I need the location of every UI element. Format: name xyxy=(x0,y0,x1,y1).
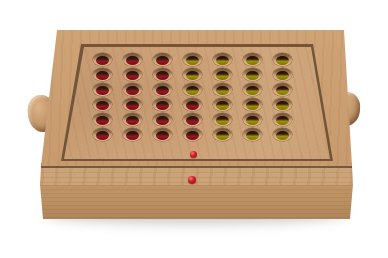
yellow-peg xyxy=(246,71,259,80)
hole-r5c3 xyxy=(147,112,177,127)
drilled-hole xyxy=(123,68,142,81)
yellow-peg xyxy=(186,86,199,95)
yellow-peg xyxy=(246,86,259,95)
yellow-peg xyxy=(276,86,289,95)
yellow-peg xyxy=(276,71,289,80)
drilled-hole xyxy=(213,83,232,96)
hole-r4c2 xyxy=(117,97,147,112)
red-peg xyxy=(126,116,139,125)
red-peg xyxy=(96,101,109,110)
hole-r3c2 xyxy=(117,82,147,97)
hole-r6c4 xyxy=(177,127,207,142)
drilled-hole xyxy=(153,128,172,141)
hole-r5c5 xyxy=(207,112,237,127)
drilled-hole xyxy=(123,83,142,96)
drilled-hole xyxy=(243,83,262,96)
yellow-peg xyxy=(186,56,199,65)
drilled-hole xyxy=(93,53,112,66)
hole-r1c5 xyxy=(207,52,237,67)
hole-r5c6 xyxy=(237,112,267,127)
hole-r2c1 xyxy=(87,67,117,82)
yellow-peg xyxy=(216,131,229,140)
drilled-hole xyxy=(213,68,232,81)
red-peg xyxy=(186,131,199,140)
drilled-hole xyxy=(273,83,292,96)
drilled-hole xyxy=(273,128,292,141)
red-marker-dot-front xyxy=(188,176,196,184)
hole-r2c4 xyxy=(177,67,207,82)
red-peg xyxy=(186,116,199,125)
red-peg xyxy=(126,101,139,110)
hole-r1c1 xyxy=(87,52,117,67)
hole-r1c6 xyxy=(237,52,267,67)
yellow-peg xyxy=(276,101,289,110)
red-peg xyxy=(96,116,109,125)
hole-r4c7 xyxy=(267,97,297,112)
hole-r5c7 xyxy=(267,112,297,127)
drilled-hole xyxy=(153,83,172,96)
hole-r1c4 xyxy=(177,52,207,67)
drilled-hole xyxy=(153,68,172,81)
drilled-hole xyxy=(93,128,112,141)
drilled-hole xyxy=(183,83,202,96)
hole-r3c3 xyxy=(147,82,177,97)
drilled-hole xyxy=(243,128,262,141)
hole-r5c4 xyxy=(177,112,207,127)
hole-r6c1 xyxy=(87,127,117,142)
hole-r2c7 xyxy=(267,67,297,82)
red-peg xyxy=(96,131,109,140)
hole-r6c3 xyxy=(147,127,177,142)
drilled-hole xyxy=(183,53,202,66)
red-peg xyxy=(126,56,139,65)
drilled-hole xyxy=(243,98,262,111)
red-peg xyxy=(96,56,109,65)
yellow-peg xyxy=(216,101,229,110)
red-peg xyxy=(156,101,169,110)
red-peg xyxy=(156,116,169,125)
drilled-hole xyxy=(123,98,142,111)
drilled-hole xyxy=(153,113,172,126)
hole-r3c7 xyxy=(267,82,297,97)
drilled-hole xyxy=(183,68,202,81)
hole-r1c7 xyxy=(267,52,297,67)
product-photo xyxy=(0,0,388,258)
drilled-hole xyxy=(93,83,112,96)
hole-r3c5 xyxy=(207,82,237,97)
hole-r2c5 xyxy=(207,67,237,82)
drilled-hole xyxy=(183,98,202,111)
drilled-hole xyxy=(153,53,172,66)
hole-r4c6 xyxy=(237,97,267,112)
drilled-hole xyxy=(273,98,292,111)
hole-r6c2 xyxy=(117,127,147,142)
hole-r6c6 xyxy=(237,127,267,142)
drilled-hole xyxy=(93,98,112,111)
hole-r1c2 xyxy=(117,52,147,67)
yellow-peg xyxy=(216,71,229,80)
hole-r2c6 xyxy=(237,67,267,82)
drilled-hole xyxy=(273,53,292,66)
hole-r1c3 xyxy=(147,52,177,67)
red-peg xyxy=(156,71,169,80)
drilled-hole xyxy=(273,68,292,81)
red-marker-dot-lid xyxy=(190,151,197,158)
yellow-peg xyxy=(276,131,289,140)
red-peg xyxy=(156,86,169,95)
yellow-peg xyxy=(276,56,289,65)
yellow-peg xyxy=(246,101,259,110)
hole-r3c6 xyxy=(237,82,267,97)
drilled-hole xyxy=(213,98,232,111)
drilled-hole xyxy=(243,68,262,81)
drilled-hole xyxy=(213,128,232,141)
drilled-hole xyxy=(153,98,172,111)
drilled-hole xyxy=(123,113,142,126)
yellow-peg xyxy=(216,56,229,65)
yellow-peg xyxy=(246,56,259,65)
hole-r4c4 xyxy=(177,97,207,112)
drilled-hole xyxy=(243,113,262,126)
hole-r4c3 xyxy=(147,97,177,112)
yellow-peg xyxy=(276,116,289,125)
red-peg xyxy=(126,71,139,80)
red-peg xyxy=(186,101,199,110)
drilled-hole xyxy=(213,113,232,126)
hole-r2c3 xyxy=(147,67,177,82)
hole-r2c2 xyxy=(117,67,147,82)
yellow-peg xyxy=(216,86,229,95)
red-peg xyxy=(156,56,169,65)
hole-r3c4 xyxy=(177,82,207,97)
peg-grid xyxy=(87,52,297,142)
drilled-hole xyxy=(273,113,292,126)
hole-r3c1 xyxy=(87,82,117,97)
drilled-hole xyxy=(183,113,202,126)
yellow-peg xyxy=(246,116,259,125)
yellow-peg xyxy=(216,116,229,125)
drilled-hole xyxy=(183,128,202,141)
yellow-peg xyxy=(186,71,199,80)
drilled-hole xyxy=(93,113,112,126)
hole-r6c7 xyxy=(267,127,297,142)
red-peg xyxy=(96,86,109,95)
drilled-hole xyxy=(213,53,232,66)
hole-r5c1 xyxy=(87,112,117,127)
drilled-hole xyxy=(123,53,142,66)
red-peg xyxy=(96,71,109,80)
drilled-hole xyxy=(93,68,112,81)
hole-r5c2 xyxy=(117,112,147,127)
red-peg xyxy=(126,86,139,95)
hole-r4c5 xyxy=(207,97,237,112)
red-peg xyxy=(126,131,139,140)
drilled-hole xyxy=(123,128,142,141)
hole-r4c1 xyxy=(87,97,117,112)
hole-r6c5 xyxy=(207,127,237,142)
yellow-peg xyxy=(246,131,259,140)
red-peg xyxy=(156,131,169,140)
drilled-hole xyxy=(243,53,262,66)
